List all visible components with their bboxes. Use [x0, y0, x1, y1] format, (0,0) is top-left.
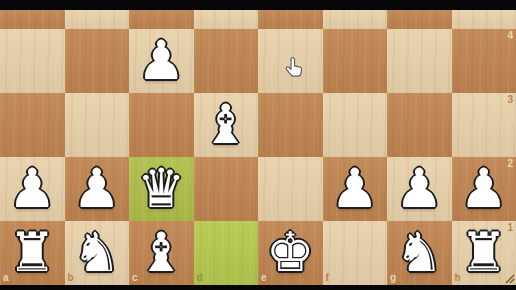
white-pawn[interactable]: ♟ — [331, 162, 379, 216]
square-a1[interactable]: ♜a — [0, 221, 65, 285]
square-b5[interactable] — [65, 10, 130, 29]
square-g4[interactable] — [387, 29, 452, 93]
letterbox-top — [0, 0, 516, 10]
square-a5[interactable] — [0, 10, 65, 29]
square-c1[interactable]: ♝c — [129, 221, 194, 285]
square-h2[interactable]: ♟2 — [452, 157, 516, 221]
square-f1[interactable]: f — [323, 221, 388, 285]
square-c4[interactable]: ♟ — [129, 29, 194, 93]
file-label-c: c — [132, 273, 138, 283]
square-d2[interactable] — [194, 157, 259, 221]
square-c3[interactable] — [129, 93, 194, 157]
square-d4[interactable] — [194, 29, 259, 93]
square-g1[interactable]: ♞g — [387, 221, 452, 285]
square-h4[interactable]: 4 — [452, 29, 516, 93]
letterbox-bottom — [0, 285, 516, 290]
square-a4[interactable] — [0, 29, 65, 93]
square-b2[interactable]: ♟ — [65, 157, 130, 221]
white-rook[interactable]: ♜ — [8, 226, 56, 280]
rank-label-1: 1 — [507, 223, 513, 233]
hand-cursor-icon — [284, 56, 306, 82]
board-resize-handle-icon[interactable] — [505, 274, 515, 284]
square-e2[interactable] — [258, 157, 323, 221]
square-c5[interactable] — [129, 10, 194, 29]
file-label-d: d — [197, 273, 203, 283]
square-e5[interactable] — [258, 10, 323, 29]
white-king[interactable]: ♚ — [266, 226, 314, 280]
square-e1[interactable]: ♚e — [258, 221, 323, 285]
square-a3[interactable] — [0, 93, 65, 157]
file-label-b: b — [68, 273, 74, 283]
square-d5[interactable] — [194, 10, 259, 29]
square-g2[interactable]: ♟ — [387, 157, 452, 221]
white-knight[interactable]: ♞ — [73, 226, 121, 280]
white-knight[interactable]: ♞ — [395, 226, 443, 280]
square-f5[interactable] — [323, 10, 388, 29]
white-pawn[interactable]: ♟ — [8, 162, 56, 216]
square-f3[interactable] — [323, 93, 388, 157]
square-h3[interactable]: 3 — [452, 93, 516, 157]
white-queen[interactable]: ♛ — [137, 162, 185, 216]
white-pawn[interactable]: ♟ — [73, 162, 121, 216]
white-pawn[interactable]: ♟ — [460, 162, 508, 216]
file-label-e: e — [261, 273, 267, 283]
white-pawn[interactable]: ♟ — [137, 34, 185, 88]
rank-label-4: 4 — [507, 31, 513, 41]
square-g3[interactable] — [387, 93, 452, 157]
square-b1[interactable]: ♞b — [65, 221, 130, 285]
file-label-a: a — [3, 273, 9, 283]
square-b3[interactable] — [65, 93, 130, 157]
white-bishop[interactable]: ♝ — [202, 98, 250, 152]
square-b4[interactable] — [65, 29, 130, 93]
square-h5[interactable] — [452, 10, 516, 29]
white-pawn[interactable]: ♟ — [395, 162, 443, 216]
square-f4[interactable] — [323, 29, 388, 93]
rank-label-3: 3 — [507, 95, 513, 105]
rank-label-2: 2 — [507, 159, 513, 169]
chess-board: ♟4♝3♟♟♛♟♟♟2♜a♞b♝cd♚ef♞g♜1h — [0, 10, 516, 285]
file-label-g: g — [390, 273, 396, 283]
square-g5[interactable] — [387, 10, 452, 29]
square-c2[interactable]: ♛ — [129, 157, 194, 221]
square-h1[interactable]: ♜1h — [452, 221, 516, 285]
square-e3[interactable] — [258, 93, 323, 157]
square-d1[interactable]: d — [194, 221, 259, 285]
square-a2[interactable]: ♟ — [0, 157, 65, 221]
square-f2[interactable]: ♟ — [323, 157, 388, 221]
square-d3[interactable]: ♝ — [194, 93, 259, 157]
file-label-h: h — [455, 273, 461, 283]
white-rook[interactable]: ♜ — [460, 226, 508, 280]
white-bishop[interactable]: ♝ — [137, 226, 185, 280]
file-label-f: f — [326, 273, 329, 283]
video-frame: ♟4♝3♟♟♛♟♟♟2♜a♞b♝cd♚ef♞g♜1h — [0, 0, 516, 290]
